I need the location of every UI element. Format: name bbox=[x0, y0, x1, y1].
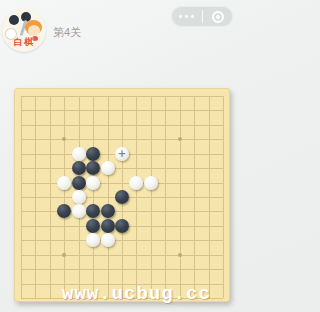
avatar[interactable]: 白棋 bbox=[2, 8, 46, 52]
more-icon[interactable] bbox=[171, 15, 202, 18]
black-stone bbox=[72, 161, 86, 175]
grid-line-h bbox=[21, 211, 223, 212]
grid-line-v bbox=[194, 96, 195, 298]
white-stone bbox=[72, 190, 86, 204]
white-stone bbox=[129, 176, 143, 190]
white-stone bbox=[57, 176, 71, 190]
star-point bbox=[178, 253, 182, 257]
black-stone bbox=[72, 176, 86, 190]
white-stone bbox=[72, 204, 86, 218]
level-title: 第4关 bbox=[53, 25, 81, 40]
minimize-icon[interactable] bbox=[203, 11, 234, 23]
cursor-stone: + bbox=[115, 147, 129, 161]
watermark: www.ucbug.cc bbox=[62, 283, 211, 305]
grid-line-h bbox=[21, 240, 223, 241]
star-point bbox=[62, 137, 66, 141]
gomoku-board[interactable]: + bbox=[14, 88, 230, 302]
white-stone bbox=[72, 147, 86, 161]
star-point bbox=[62, 253, 66, 257]
black-stone bbox=[115, 219, 129, 233]
white-stone bbox=[144, 176, 158, 190]
black-stone bbox=[57, 204, 71, 218]
white-stone bbox=[101, 233, 115, 247]
avatar-black-stone-icon bbox=[9, 15, 19, 25]
player-side-badge: 白棋 bbox=[2, 36, 46, 49]
grid-line-h bbox=[21, 255, 223, 256]
grid-line-h bbox=[21, 269, 223, 270]
header: 白棋 第4关 bbox=[0, 0, 238, 60]
black-stone bbox=[86, 161, 100, 175]
black-stone bbox=[86, 204, 100, 218]
avatar-character-face bbox=[28, 25, 40, 36]
grid-line-v bbox=[223, 96, 224, 298]
grid-line-v bbox=[136, 96, 137, 298]
black-stone bbox=[115, 190, 129, 204]
black-stone bbox=[86, 219, 100, 233]
grid-line-v bbox=[151, 96, 152, 298]
star-point bbox=[178, 137, 182, 141]
move-cursor-icon: + bbox=[115, 147, 129, 161]
white-stone bbox=[86, 176, 100, 190]
white-stone bbox=[101, 161, 115, 175]
wechat-capsule bbox=[171, 6, 233, 27]
grid-line-v bbox=[165, 96, 166, 298]
grid-line-v bbox=[180, 96, 181, 298]
black-stone bbox=[101, 204, 115, 218]
black-stone bbox=[101, 219, 115, 233]
black-stone bbox=[86, 147, 100, 161]
grid-line-v bbox=[209, 96, 210, 298]
white-stone bbox=[86, 233, 100, 247]
